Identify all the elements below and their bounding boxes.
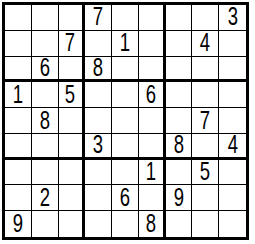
cell-r6c5[interactable] [112, 134, 139, 160]
cell-r3c6[interactable] [139, 57, 166, 83]
given-digit: 1 [146, 160, 156, 185]
given-digit: 1 [120, 31, 130, 56]
cell-r6c7[interactable]: 8 [166, 134, 193, 160]
cell-r1c4[interactable]: 7 [85, 5, 112, 31]
cell-r3c1[interactable] [5, 57, 32, 83]
cell-r5c2[interactable]: 8 [32, 108, 59, 134]
cell-r1c1[interactable] [5, 5, 32, 31]
cell-r6c3[interactable] [59, 134, 86, 160]
cell-r8c2[interactable]: 2 [32, 185, 59, 211]
cell-r5c4[interactable] [85, 108, 112, 134]
given-digit: 9 [173, 185, 183, 210]
cell-r2c7[interactable] [166, 31, 193, 57]
cell-r4c9[interactable] [219, 82, 246, 108]
given-digit: 7 [93, 5, 103, 30]
cell-r9c4[interactable] [85, 211, 112, 237]
given-digit: 8 [173, 134, 183, 158]
cell-r4c4[interactable] [85, 82, 112, 108]
cell-r4c6[interactable]: 6 [139, 82, 166, 108]
cell-r7c9[interactable] [219, 160, 246, 186]
cell-r1c9[interactable]: 3 [219, 5, 246, 31]
cell-r2c9[interactable] [219, 31, 246, 57]
cell-r9c7[interactable] [166, 211, 193, 237]
cell-r9c6[interactable]: 8 [139, 211, 166, 237]
cell-r6c1[interactable] [5, 134, 32, 160]
cell-r7c8[interactable]: 5 [192, 160, 219, 186]
cell-r7c2[interactable] [32, 160, 59, 186]
cell-r2c8[interactable]: 4 [192, 31, 219, 57]
cell-r2c3[interactable]: 7 [59, 31, 86, 57]
cell-r1c5[interactable] [112, 5, 139, 31]
given-digit: 3 [227, 5, 237, 30]
given-digit: 6 [120, 185, 130, 210]
cell-r6c9[interactable]: 4 [219, 134, 246, 160]
cell-r1c3[interactable] [59, 5, 86, 31]
sudoku-grid: 7371468156873841526998 [2, 2, 249, 240]
given-digit: 7 [65, 31, 75, 56]
given-digit: 8 [40, 108, 50, 133]
cell-r4c1[interactable]: 1 [5, 82, 32, 108]
cell-r3c3[interactable] [59, 57, 86, 83]
cell-r8c7[interactable]: 9 [166, 185, 193, 211]
cell-r6c4[interactable]: 3 [85, 134, 112, 160]
cell-r3c5[interactable] [112, 57, 139, 83]
cell-r9c2[interactable] [32, 211, 59, 237]
cell-r2c1[interactable] [5, 31, 32, 57]
cell-r3c4[interactable]: 8 [85, 57, 112, 83]
cell-r1c2[interactable] [32, 5, 59, 31]
given-digit: 6 [146, 82, 156, 107]
cell-r5c1[interactable] [5, 108, 32, 134]
cell-r2c4[interactable] [85, 31, 112, 57]
cell-r3c2[interactable]: 6 [32, 57, 59, 83]
cell-r6c2[interactable] [32, 134, 59, 160]
cell-r1c8[interactable] [192, 5, 219, 31]
cell-r7c3[interactable] [59, 160, 86, 186]
cell-r4c3[interactable]: 5 [59, 82, 86, 108]
cell-r5c5[interactable] [112, 108, 139, 134]
cell-r3c8[interactable] [192, 57, 219, 83]
given-digit: 5 [65, 82, 75, 107]
cell-r8c6[interactable] [139, 185, 166, 211]
cell-r8c5[interactable]: 6 [112, 185, 139, 211]
cell-r9c3[interactable] [59, 211, 86, 237]
cell-r3c7[interactable] [166, 57, 193, 83]
cell-r2c5[interactable]: 1 [112, 31, 139, 57]
cell-r1c6[interactable] [139, 5, 166, 31]
cell-r8c9[interactable] [219, 185, 246, 211]
given-digit: 9 [13, 211, 23, 237]
cell-r5c8[interactable]: 7 [192, 108, 219, 134]
cell-r8c3[interactable] [59, 185, 86, 211]
cell-r4c8[interactable] [192, 82, 219, 108]
cell-r5c3[interactable] [59, 108, 86, 134]
cell-r3c9[interactable] [219, 57, 246, 83]
given-digit: 1 [13, 82, 23, 107]
given-digit: 3 [93, 134, 103, 158]
cell-r7c5[interactable] [112, 160, 139, 186]
cell-r5c9[interactable] [219, 108, 246, 134]
cell-r6c8[interactable] [192, 134, 219, 160]
cell-r9c1[interactable]: 9 [5, 211, 32, 237]
cell-r5c6[interactable] [139, 108, 166, 134]
cell-r1c7[interactable] [166, 5, 193, 31]
given-digit: 4 [227, 134, 237, 158]
cell-r7c4[interactable] [85, 160, 112, 186]
cell-r6c6[interactable] [139, 134, 166, 160]
cell-r9c8[interactable] [192, 211, 219, 237]
given-digit: 8 [146, 211, 156, 237]
cell-r7c1[interactable] [5, 160, 32, 186]
cell-r2c2[interactable] [32, 31, 59, 57]
cell-r9c5[interactable] [112, 211, 139, 237]
cell-r7c7[interactable] [166, 160, 193, 186]
cell-r2c6[interactable] [139, 31, 166, 57]
cell-r7c6[interactable]: 1 [139, 160, 166, 186]
cell-r9c9[interactable] [219, 211, 246, 237]
cell-r4c2[interactable] [32, 82, 59, 108]
cell-r8c8[interactable] [192, 185, 219, 211]
sudoku-board: 7371468156873841526998 [2, 2, 249, 240]
given-digit: 6 [40, 57, 50, 81]
given-digit: 7 [200, 108, 210, 133]
cell-r8c1[interactable] [5, 185, 32, 211]
given-digit: 4 [200, 31, 210, 56]
cell-r8c4[interactable] [85, 185, 112, 211]
cell-r4c5[interactable] [112, 82, 139, 108]
given-digit: 8 [93, 57, 103, 81]
given-digit: 5 [200, 160, 210, 185]
cell-r5c7[interactable] [166, 108, 193, 134]
cell-r4c7[interactable] [166, 82, 193, 108]
given-digit: 2 [40, 185, 50, 210]
